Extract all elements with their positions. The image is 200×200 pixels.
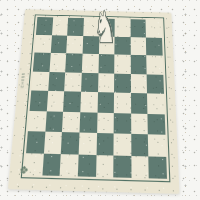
square-e6 — [98, 54, 114, 73]
photo-of-chess-mat: CHESS ❖ ♞ ♘ — [0, 0, 200, 200]
square-g2 — [131, 134, 149, 156]
square-b1 — [42, 153, 61, 176]
square-h1 — [149, 156, 167, 179]
square-a4 — [30, 90, 48, 110]
white-knight-e7: ♞ ♘ — [93, 5, 113, 49]
square-d5 — [81, 72, 98, 92]
square-g5 — [131, 74, 148, 94]
maker-logo-icon: ❖ — [19, 165, 29, 176]
square-a5 — [31, 71, 49, 91]
square-g8 — [130, 19, 146, 37]
square-a6 — [33, 52, 51, 71]
square-b6 — [49, 53, 66, 72]
square-b3 — [45, 111, 63, 132]
square-c8 — [67, 18, 83, 36]
square-f6 — [114, 54, 130, 73]
white-knight-icon: ♘ — [93, 5, 113, 49]
square-h5 — [147, 74, 164, 94]
square-g6 — [131, 55, 147, 74]
square-a3 — [28, 110, 47, 131]
square-f2 — [114, 133, 132, 155]
mat-edge-text: CHESS — [19, 72, 25, 88]
square-a7 — [34, 34, 51, 52]
square-c1 — [60, 154, 79, 177]
square-d6 — [82, 54, 99, 73]
square-b2 — [44, 132, 63, 154]
square-d1 — [78, 154, 96, 177]
square-e4 — [97, 92, 114, 112]
square-e3 — [97, 112, 114, 133]
square-h4 — [147, 93, 164, 114]
square-e5 — [98, 73, 115, 93]
square-a2 — [26, 131, 45, 153]
square-e2 — [96, 133, 114, 155]
square-g7 — [130, 37, 146, 55]
square-g1 — [131, 155, 149, 178]
square-d4 — [80, 92, 97, 112]
square-b8 — [52, 17, 69, 35]
square-a8 — [36, 17, 53, 35]
square-c2 — [61, 132, 79, 154]
square-b4 — [46, 91, 64, 111]
square-h7 — [146, 37, 162, 56]
square-h6 — [147, 55, 164, 74]
square-c4 — [63, 91, 81, 111]
square-e1 — [96, 155, 114, 178]
square-c3 — [62, 111, 80, 132]
square-f5 — [114, 73, 131, 93]
square-c5 — [64, 72, 81, 92]
square-f4 — [114, 93, 131, 114]
square-d2 — [79, 133, 97, 155]
square-g4 — [131, 93, 148, 114]
square-d3 — [79, 112, 97, 133]
square-b7 — [50, 35, 67, 53]
square-c7 — [66, 35, 83, 53]
square-h8 — [146, 20, 162, 38]
square-f1 — [113, 155, 131, 178]
square-h3 — [148, 113, 166, 134]
square-g3 — [131, 113, 148, 134]
square-f3 — [114, 113, 131, 134]
square-h2 — [148, 134, 166, 156]
square-c6 — [65, 53, 82, 72]
square-b5 — [48, 72, 66, 92]
